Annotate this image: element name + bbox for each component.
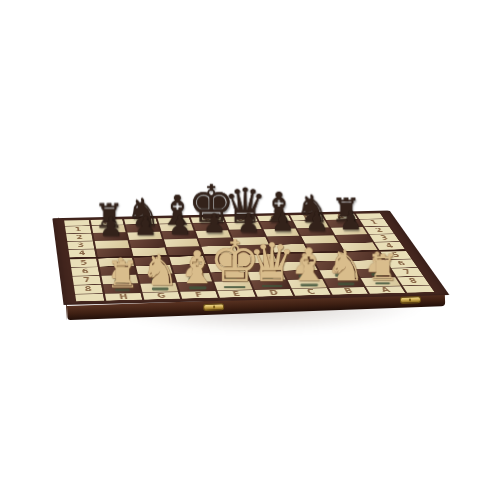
piece-white-knight[interactable]: ♞ bbox=[141, 251, 179, 291]
piece-white-knight[interactable]: ♞ bbox=[327, 246, 365, 286]
file-label-text: C bbox=[306, 288, 317, 295]
rank-label: 8 bbox=[397, 276, 430, 285]
rank-label-text: 2 bbox=[374, 227, 384, 233]
border-corner bbox=[75, 294, 104, 302]
rank-label: 3 bbox=[369, 234, 399, 242]
border-corner bbox=[403, 285, 435, 292]
rank-label-text: 7 bbox=[83, 277, 91, 284]
file-label-text: B bbox=[343, 287, 354, 294]
file-label: F bbox=[180, 291, 218, 299]
rank-label: 8 bbox=[74, 285, 103, 294]
piece-white-rook[interactable]: ♜ bbox=[106, 257, 139, 292]
file-label: A bbox=[366, 286, 405, 294]
rank-label: 5 bbox=[70, 259, 98, 268]
square-h8[interactable]: ♜ bbox=[103, 284, 140, 294]
rank-label: 7 bbox=[72, 276, 101, 285]
piece-white-bishop[interactable]: ♝ bbox=[177, 247, 218, 290]
piece-black-pawn[interactable]: ♟ bbox=[134, 214, 158, 239]
rank-label: 3 bbox=[67, 241, 94, 249]
square-g8[interactable]: ♞ bbox=[140, 283, 178, 293]
square-a2[interactable]: ♟ bbox=[331, 227, 367, 235]
rank-label-text: 3 bbox=[379, 235, 389, 241]
rank-label-text: 6 bbox=[81, 268, 89, 275]
rank-label: 2 bbox=[66, 233, 93, 241]
rank-label-text: 4 bbox=[78, 250, 86, 256]
rank-label: 1 bbox=[65, 226, 91, 234]
file-label: B bbox=[329, 287, 368, 295]
product-photo: HGFEDCBA1♜♞♝♚♛♝♞♜12♟♟♟♟♟♟♟♟2334455667♟♟♟… bbox=[0, 0, 500, 486]
brass-clasp-icon bbox=[400, 296, 421, 304]
file-label-text: E bbox=[232, 290, 241, 297]
chess-board: HGFEDCBA1♜♞♝♚♛♝♞♜12♟♟♟♟♟♟♟♟2334455667♟♟♟… bbox=[52, 211, 449, 306]
file-label: D bbox=[255, 289, 293, 297]
rank-label-text: 8 bbox=[408, 278, 419, 285]
square-b8[interactable]: ♞ bbox=[324, 278, 364, 287]
file-label: G bbox=[143, 292, 181, 300]
rank-label-text: 7 bbox=[402, 269, 413, 276]
brass-clasp-icon bbox=[203, 303, 224, 311]
piece-black-pawn[interactable]: ♟ bbox=[339, 209, 362, 234]
piece-white-rook[interactable]: ♜ bbox=[366, 251, 398, 285]
file-label: E bbox=[217, 290, 255, 298]
square-e8[interactable]: ♚ bbox=[214, 281, 252, 290]
file-label-text: F bbox=[194, 291, 203, 298]
piece-black-pawn[interactable]: ♟ bbox=[99, 215, 123, 240]
chess-set-scene: HGFEDCBA1♜♞♝♚♛♝♞♜12♟♟♟♟♟♟♟♟2334455667♟♟♟… bbox=[50, 182, 470, 382]
file-label-text: D bbox=[268, 289, 279, 296]
file-label-text: H bbox=[119, 293, 129, 300]
rank-label-text: 3 bbox=[77, 242, 84, 248]
rank-label-text: 1 bbox=[75, 227, 82, 233]
square-b2[interactable]: ♟ bbox=[297, 228, 333, 236]
piece-black-pawn[interactable]: ♟ bbox=[305, 210, 328, 235]
file-label: C bbox=[292, 288, 331, 296]
rank-label-text: 8 bbox=[84, 286, 92, 293]
rank-label: 2 bbox=[364, 226, 394, 234]
file-label-text: A bbox=[380, 286, 392, 293]
square-h2[interactable]: ♟ bbox=[93, 233, 127, 241]
rank-label-text: 2 bbox=[76, 234, 83, 240]
rank-label: 6 bbox=[71, 267, 99, 276]
rank-label: 4 bbox=[69, 249, 96, 257]
rank-label-text: 1 bbox=[369, 220, 379, 226]
file-label: H bbox=[105, 293, 142, 301]
square-f2[interactable]: ♟ bbox=[162, 231, 197, 239]
square-f8[interactable]: ♝ bbox=[177, 282, 215, 292]
piece-black-pawn[interactable]: ♟ bbox=[168, 213, 192, 238]
square-g2[interactable]: ♟ bbox=[127, 232, 162, 240]
board-grid: HGFEDCBA1♜♞♝♚♛♝♞♜12♟♟♟♟♟♟♟♟2334455667♟♟♟… bbox=[52, 211, 449, 306]
square-a8[interactable]: ♜ bbox=[361, 277, 401, 286]
rank-label: 1 bbox=[360, 219, 389, 227]
rank-label-text: 5 bbox=[80, 260, 88, 266]
file-label-text: G bbox=[156, 292, 166, 299]
